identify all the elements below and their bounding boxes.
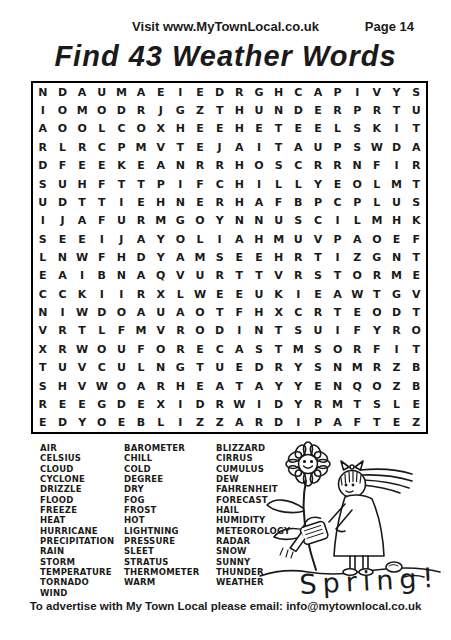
grid-cell: I: [387, 156, 407, 174]
grid-cell: Y: [210, 212, 230, 230]
grid-cell: R: [367, 359, 387, 377]
grid-cell: M: [269, 230, 289, 248]
grid-cell: E: [53, 230, 73, 248]
grid-cell: A: [288, 138, 308, 156]
grid-cell: H: [229, 101, 249, 119]
grid-cell: J: [53, 212, 73, 230]
grid-cell: I: [288, 414, 308, 432]
grid-cell: Y: [151, 230, 171, 248]
grid-cell: R: [406, 156, 426, 174]
grid-cell: A: [72, 83, 92, 101]
grid-cell: O: [92, 414, 112, 432]
grid-cell: S: [367, 395, 387, 413]
grid-cell: U: [53, 359, 73, 377]
grid-cell: N: [112, 267, 132, 285]
grid-cell: R: [210, 267, 230, 285]
grid-cell: C: [288, 156, 308, 174]
page-title: Find 43 Weather Words: [0, 40, 451, 73]
word-list-item: AIR: [40, 443, 114, 453]
grid-cell: O: [112, 303, 132, 321]
grid-cell: B: [406, 359, 426, 377]
grid-cell: P: [328, 83, 348, 101]
grid-cell: S: [288, 322, 308, 340]
girl-dress: [334, 495, 384, 556]
word-list-item: DRIZZLE: [40, 484, 114, 494]
grid-cell: T: [249, 267, 269, 285]
grid-cell: T: [406, 303, 426, 321]
grid-cell: K: [269, 285, 289, 303]
grid-cell: A: [131, 267, 151, 285]
grid-cell: H: [53, 377, 73, 395]
grid-cell: F: [112, 322, 132, 340]
grid-cell: U: [112, 359, 132, 377]
word-list-item: HURRICANE: [40, 526, 114, 536]
grid-cell: E: [249, 120, 269, 138]
grid-cell: I: [171, 83, 191, 101]
grid-cell: R: [347, 340, 367, 358]
grid-cell: D: [190, 395, 210, 413]
word-list-item: COLD: [124, 464, 200, 474]
grid-cell: E: [72, 395, 92, 413]
grid-cell: M: [112, 83, 132, 101]
grid-cell: E: [33, 267, 53, 285]
grid-cell: T: [269, 138, 289, 156]
grid-cell: D: [210, 322, 230, 340]
grid-cell: E: [308, 120, 328, 138]
grid-cell: A: [229, 230, 249, 248]
grid-cell: U: [190, 267, 210, 285]
grid-cell: W: [347, 285, 367, 303]
puzzle-page: Visit www.MyTownLocal.co.uk Page 14 Find…: [0, 0, 451, 640]
grid-cell: I: [347, 83, 367, 101]
grid-cell: A: [229, 138, 249, 156]
grid-cell: E: [347, 303, 367, 321]
grid-cell: R: [269, 359, 289, 377]
grid-cell: O: [53, 120, 73, 138]
grid-cell: V: [171, 267, 191, 285]
grid-cell: V: [151, 322, 171, 340]
grid-cell: L: [328, 120, 348, 138]
grid-cell: V: [406, 285, 426, 303]
grid-cell: U: [92, 83, 112, 101]
grid-cell: S: [33, 377, 53, 395]
grid-cell: H: [249, 303, 269, 321]
word-list-item: STRATUS: [124, 557, 200, 567]
grid-cell: S: [308, 267, 328, 285]
word-list-item: FREEZE: [40, 505, 114, 515]
grid-cell: E: [229, 248, 249, 266]
grid-cell: E: [387, 414, 407, 432]
grid-cell: U: [33, 193, 53, 211]
grid-cell: D: [53, 193, 73, 211]
grid-cell: A: [328, 414, 348, 432]
grid-cell: I: [92, 230, 112, 248]
grid-cell: E: [308, 377, 328, 395]
grid-cell: G: [171, 212, 191, 230]
word-list-item: FOG: [124, 495, 200, 505]
grid-cell: R: [171, 340, 191, 358]
grid-cell: J: [112, 230, 132, 248]
word-list-item: PRECIPITATION: [40, 536, 114, 546]
grid-cell: R: [249, 414, 269, 432]
grid-cell: E: [328, 175, 348, 193]
grid-cell: C: [288, 303, 308, 321]
grid-cell: Q: [347, 377, 367, 395]
grid-cell: D: [269, 414, 289, 432]
spring-illustration: Spring!: [256, 436, 444, 604]
grid-cell: R: [210, 395, 230, 413]
grid-cell: Y: [288, 395, 308, 413]
grid-cell: I: [249, 175, 269, 193]
grid-cell: U: [112, 340, 132, 358]
grid-cell: T: [269, 120, 289, 138]
grid-cell: E: [151, 83, 171, 101]
grid-cell: W: [367, 138, 387, 156]
grid-cell: E: [229, 359, 249, 377]
word-list-item: WIND: [40, 588, 114, 598]
grid-cell: M: [328, 395, 348, 413]
grid-cell: H: [229, 193, 249, 211]
grid-cell: M: [151, 212, 171, 230]
grid-cell: F: [53, 156, 73, 174]
grid-cell: H: [229, 175, 249, 193]
grid-cell: T: [328, 267, 348, 285]
grid-cell: O: [53, 101, 73, 119]
grid-cell: J: [151, 101, 171, 119]
grid-cell: R: [131, 212, 151, 230]
grid-cell: Z: [190, 101, 210, 119]
grid-cell: T: [269, 322, 289, 340]
girl-hair: [360, 469, 412, 493]
grid-cell: W: [72, 340, 92, 358]
grid-cell: I: [249, 138, 269, 156]
grid-cell: D: [112, 395, 132, 413]
grid-cell: T: [72, 322, 92, 340]
page-number: Page 14: [359, 19, 414, 34]
grid-cell: U: [269, 212, 289, 230]
grid-cell: L: [347, 212, 367, 230]
grid-cell: S: [210, 248, 230, 266]
grid-cell: B: [92, 267, 112, 285]
grid-cell: T: [406, 120, 426, 138]
word-list-item: LIGHTNING: [124, 526, 200, 536]
word-list-item: HEAT: [40, 515, 114, 525]
grid-cell: A: [33, 120, 53, 138]
grid-cell: D: [33, 156, 53, 174]
grid-cell: L: [190, 230, 210, 248]
grid-cell: T: [190, 359, 210, 377]
grid-cell: P: [308, 414, 328, 432]
grid-cell: P: [347, 101, 367, 119]
word-list-item: CYCLONE: [40, 474, 114, 484]
grid-cell: R: [151, 377, 171, 395]
grid-cell: P: [347, 193, 367, 211]
grid-cell: U: [308, 138, 328, 156]
grid-cell: I: [33, 212, 53, 230]
grid-cell: L: [171, 285, 191, 303]
grid-cell: U: [249, 101, 269, 119]
grid-cell: P: [328, 138, 348, 156]
grid-cell: O: [190, 322, 210, 340]
grid-cell: A: [308, 83, 328, 101]
grid-cell: L: [367, 193, 387, 211]
grid-cell: A: [151, 156, 171, 174]
grid-cell: S: [347, 138, 367, 156]
grid-cell: R: [53, 322, 73, 340]
grid-cell: T: [229, 377, 249, 395]
grid-cell: E: [387, 230, 407, 248]
grid-cell: E: [288, 120, 308, 138]
grid-cell: D: [210, 83, 230, 101]
grid-cell: Y: [387, 83, 407, 101]
grid-cell: E: [33, 414, 53, 432]
grid-cell: X: [151, 395, 171, 413]
grid-cell: E: [308, 285, 328, 303]
grid-cell: O: [347, 175, 367, 193]
grid-cell: A: [131, 83, 151, 101]
grid-cell: U: [387, 193, 407, 211]
grid-cell: T: [210, 303, 230, 321]
grid-cell: E: [406, 267, 426, 285]
grid-cell: D: [92, 303, 112, 321]
grid-cell: A: [72, 212, 92, 230]
grid-cell: A: [229, 340, 249, 358]
grid-cell: O: [131, 120, 151, 138]
grid-cell: H: [249, 230, 269, 248]
grid-cell: V: [367, 83, 387, 101]
grid-cell: R: [308, 395, 328, 413]
grid-cell: O: [190, 303, 210, 321]
grid-cell: E: [53, 395, 73, 413]
grid-cell: S: [406, 193, 426, 211]
grid-cell: D: [53, 414, 73, 432]
grid-cell: U: [53, 175, 73, 193]
water-drops: [280, 548, 293, 558]
grid-cell: E: [131, 193, 151, 211]
grid-cell: N: [249, 212, 269, 230]
grid-cell: H: [387, 212, 407, 230]
grid-cell: Z: [347, 248, 367, 266]
grid-cell: E: [190, 193, 210, 211]
grid-cell: M: [288, 340, 308, 358]
grid-cell: T: [328, 303, 348, 321]
grid-cell: T: [131, 175, 151, 193]
grid-cell: R: [308, 303, 328, 321]
grid-cell: T: [406, 175, 426, 193]
grid-cell: V: [308, 230, 328, 248]
grid-cell: C: [308, 212, 328, 230]
grid-cell: S: [249, 340, 269, 358]
grid-cell: K: [72, 285, 92, 303]
grid-cell: R: [131, 285, 151, 303]
word-list-item: STORM: [40, 557, 114, 567]
grid-cell: B: [288, 193, 308, 211]
grid-cell: L: [151, 414, 171, 432]
word-list-item: FLOOD: [40, 495, 114, 505]
grid-cell: O: [151, 340, 171, 358]
grid-cell: Y: [151, 248, 171, 266]
grid-cell: N: [269, 101, 289, 119]
word-list-item: TEMPERATURE: [40, 567, 114, 577]
smiling-flower: [267, 442, 330, 570]
grid-cell: N: [229, 212, 249, 230]
grid-cell: U: [308, 322, 328, 340]
grid-cell: I: [171, 395, 191, 413]
grid-cell: A: [328, 285, 348, 303]
grid-cell: D: [131, 248, 151, 266]
word-list-item: DRY: [124, 484, 200, 494]
grid-cell: O: [367, 303, 387, 321]
grid-cell: A: [229, 414, 249, 432]
grid-cell: L: [53, 138, 73, 156]
grid-cell: O: [406, 322, 426, 340]
word-list-column: BAROMETERCHILLCOLDDEGREEDRYFOGFROSTHOTLI…: [124, 443, 200, 588]
grid-cell: L: [288, 175, 308, 193]
flower-face: [299, 455, 318, 474]
word-list-item: TORNADO: [40, 577, 114, 587]
grid-cell: R: [367, 101, 387, 119]
grid-cell: A: [131, 230, 151, 248]
grid-cell: E: [190, 377, 210, 395]
grid-cell: G: [171, 359, 191, 377]
grid-cell: T: [367, 414, 387, 432]
grid-cell: I: [33, 101, 53, 119]
grid-cell: F: [367, 156, 387, 174]
grid-cell: D: [112, 101, 132, 119]
grid-cell: P: [308, 193, 328, 211]
grid-cell: Q: [151, 267, 171, 285]
grid-cell: I: [112, 285, 132, 303]
grid-cell: A: [171, 248, 191, 266]
grid-cell: O: [347, 267, 367, 285]
grid-cell: O: [190, 212, 210, 230]
grid-cell: W: [72, 303, 92, 321]
grid-cell: C: [92, 359, 112, 377]
grid-cell: E: [190, 138, 210, 156]
grid-cell: D: [249, 359, 269, 377]
spring-caption: Spring!: [299, 562, 440, 600]
grid-cell: G: [171, 101, 191, 119]
grid-cell: R: [328, 101, 348, 119]
grid-cell: S: [347, 120, 367, 138]
grid-cell: W: [72, 248, 92, 266]
grid-cell: S: [406, 83, 426, 101]
word-search-grid: NDAUMAEIEDRGHCAPIVYSIOMODRJGZTHUNDERPRTU…: [31, 81, 428, 434]
grid-cell: Z: [190, 414, 210, 432]
grid-cell: K: [112, 156, 132, 174]
grid-cell: W: [92, 377, 112, 395]
grid-cell: P: [151, 175, 171, 193]
grid-cell: C: [288, 83, 308, 101]
word-list-column: AIRCELSIUSCLOUDCYCLONEDRIZZLEFLOODFREEZE…: [40, 443, 114, 598]
grid-cell: L: [269, 175, 289, 193]
grid-cell: N: [33, 303, 53, 321]
grid-cell: Y: [288, 377, 308, 395]
grid-cell: T: [229, 267, 249, 285]
grid-cell: N: [387, 248, 407, 266]
grid-cell: V: [33, 322, 53, 340]
grid-cell: T: [387, 101, 407, 119]
word-list-item: RAIN: [40, 546, 114, 556]
grid-cell: E: [190, 83, 210, 101]
grid-cell: N: [347, 156, 367, 174]
grid-cell: L: [92, 120, 112, 138]
grid-cell: G: [367, 248, 387, 266]
grid-cell: E: [406, 395, 426, 413]
grid-cell: X: [33, 340, 53, 358]
grid-cell: F: [92, 212, 112, 230]
grid-cell: F: [347, 414, 367, 432]
grid-cell: M: [72, 101, 92, 119]
grid-cell: R: [288, 248, 308, 266]
grid-cell: I: [328, 212, 348, 230]
grid-cell: C: [210, 175, 230, 193]
grid-cell: T: [347, 395, 367, 413]
page-header: Visit www.MyTownLocal.co.uk Page 14: [0, 19, 451, 35]
grid-cell: E: [131, 395, 151, 413]
grid-cell: C: [328, 193, 348, 211]
grid-cell: Z: [210, 414, 230, 432]
grid-cell: O: [367, 230, 387, 248]
grid-cell: I: [53, 303, 73, 321]
grid-cell: S: [269, 156, 289, 174]
grid-cell: N: [328, 359, 348, 377]
grid-cell: I: [171, 175, 191, 193]
word-list-item: HOT: [124, 515, 200, 525]
grid-cell: V: [269, 267, 289, 285]
grid-cell: E: [92, 156, 112, 174]
grid-cell: S: [308, 359, 328, 377]
grid-cell: C: [210, 340, 230, 358]
grid-cell: D: [387, 138, 407, 156]
grid-cell: E: [308, 101, 328, 119]
grid-cell: P: [112, 138, 132, 156]
grid-cell: I: [387, 340, 407, 358]
grid-cell: N: [53, 248, 73, 266]
grid-cell: F: [190, 175, 210, 193]
grid-cell: A: [249, 193, 269, 211]
word-list-item: BAROMETER: [124, 443, 200, 453]
grid-cell: H: [229, 120, 249, 138]
grid-cell: R: [171, 322, 191, 340]
grid-cell: Z: [387, 359, 407, 377]
grid-cell: K: [367, 120, 387, 138]
grid-cell: U: [210, 359, 230, 377]
grid-cell: S: [288, 212, 308, 230]
grid-cell: X: [269, 303, 289, 321]
grid-cell: I: [210, 230, 230, 248]
grid-cell: M: [387, 267, 407, 285]
grid-cell: M: [347, 359, 367, 377]
grid-cell: X: [151, 120, 171, 138]
grid-cell: H: [171, 377, 191, 395]
flower-leaf-upper: [267, 500, 304, 512]
grid-cell: I: [92, 285, 112, 303]
grid-cell: F: [131, 340, 151, 358]
grid-cell: T: [92, 193, 112, 211]
grid-cell: R: [367, 267, 387, 285]
grid-cell: Z: [406, 414, 426, 432]
grid-cell: I: [328, 248, 348, 266]
grid-cell: R: [229, 83, 249, 101]
grid-cell: A: [406, 138, 426, 156]
grid-cell: I: [288, 285, 308, 303]
grid-cell: G: [92, 395, 112, 413]
grid-cell: G: [387, 285, 407, 303]
grid-cell: D: [269, 395, 289, 413]
grid-cell: Z: [387, 377, 407, 395]
grid-cell: E: [210, 120, 230, 138]
